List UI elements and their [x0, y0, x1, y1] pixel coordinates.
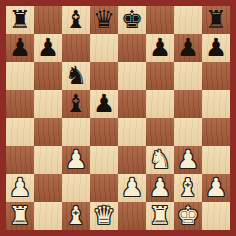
- square-h5[interactable]: [202, 90, 230, 118]
- square-c1[interactable]: ♝: [62, 202, 90, 230]
- black-pawn-f7[interactable]: ♟: [149, 34, 171, 62]
- square-d4[interactable]: [90, 118, 118, 146]
- square-d2[interactable]: [90, 174, 118, 202]
- square-a2[interactable]: ♟: [6, 174, 34, 202]
- square-c5[interactable]: ♝: [62, 90, 90, 118]
- square-c6[interactable]: ♞: [62, 62, 90, 90]
- square-a5[interactable]: [6, 90, 34, 118]
- square-g7[interactable]: ♟: [174, 34, 202, 62]
- square-f3[interactable]: ♞: [146, 146, 174, 174]
- black-rook-h8[interactable]: ♜: [205, 6, 227, 34]
- black-queen-d8[interactable]: ♛: [93, 6, 115, 34]
- square-f8[interactable]: [146, 6, 174, 34]
- square-e1[interactable]: [118, 202, 146, 230]
- square-d1[interactable]: ♛: [90, 202, 118, 230]
- square-f7[interactable]: ♟: [146, 34, 174, 62]
- square-c4[interactable]: [62, 118, 90, 146]
- white-rook-a1[interactable]: ♜: [9, 202, 31, 230]
- square-e5[interactable]: [118, 90, 146, 118]
- square-g6[interactable]: [174, 62, 202, 90]
- square-d7[interactable]: [90, 34, 118, 62]
- chess-board: ♜♝♛♚♜♟♟♟♟♟♞♝♟♟♞♟♟♟♟♝♟♜♝♛♜♚: [6, 6, 230, 230]
- square-g2[interactable]: ♝: [174, 174, 202, 202]
- black-pawn-h7[interactable]: ♟: [205, 34, 227, 62]
- square-d5[interactable]: ♟: [90, 90, 118, 118]
- square-f6[interactable]: [146, 62, 174, 90]
- black-bishop-c8[interactable]: ♝: [65, 6, 87, 34]
- square-e3[interactable]: [118, 146, 146, 174]
- square-e6[interactable]: [118, 62, 146, 90]
- chessboard-widget: ♜♝♛♚♜♟♟♟♟♟♞♝♟♟♞♟♟♟♟♝♟♜♝♛♜♚: [0, 0, 236, 236]
- white-pawn-c3[interactable]: ♟: [65, 146, 87, 174]
- square-d6[interactable]: [90, 62, 118, 90]
- square-d3[interactable]: [90, 146, 118, 174]
- white-queen-d1[interactable]: ♛: [93, 202, 115, 230]
- black-pawn-d5[interactable]: ♟: [93, 90, 115, 118]
- square-h6[interactable]: [202, 62, 230, 90]
- square-c7[interactable]: [62, 34, 90, 62]
- square-g1[interactable]: ♚: [174, 202, 202, 230]
- square-b7[interactable]: ♟: [34, 34, 62, 62]
- square-g4[interactable]: [174, 118, 202, 146]
- square-f2[interactable]: ♟: [146, 174, 174, 202]
- white-knight-f3[interactable]: ♞: [149, 146, 171, 174]
- square-e2[interactable]: ♟: [118, 174, 146, 202]
- square-h4[interactable]: [202, 118, 230, 146]
- square-e8[interactable]: ♚: [118, 6, 146, 34]
- black-knight-c6[interactable]: ♞: [65, 62, 87, 90]
- square-c8[interactable]: ♝: [62, 6, 90, 34]
- square-g5[interactable]: [174, 90, 202, 118]
- square-b8[interactable]: [34, 6, 62, 34]
- white-pawn-h2[interactable]: ♟: [205, 174, 227, 202]
- black-pawn-b7[interactable]: ♟: [37, 34, 59, 62]
- square-e7[interactable]: [118, 34, 146, 62]
- square-a7[interactable]: ♟: [6, 34, 34, 62]
- square-b1[interactable]: [34, 202, 62, 230]
- square-h8[interactable]: ♜: [202, 6, 230, 34]
- square-e4[interactable]: [118, 118, 146, 146]
- black-rook-a8[interactable]: ♜: [9, 6, 31, 34]
- square-c3[interactable]: ♟: [62, 146, 90, 174]
- square-f1[interactable]: ♜: [146, 202, 174, 230]
- square-f5[interactable]: [146, 90, 174, 118]
- white-king-g1[interactable]: ♚: [177, 202, 199, 230]
- white-pawn-f2[interactable]: ♟: [149, 174, 171, 202]
- square-f4[interactable]: [146, 118, 174, 146]
- square-b3[interactable]: [34, 146, 62, 174]
- square-b4[interactable]: [34, 118, 62, 146]
- square-g3[interactable]: ♟: [174, 146, 202, 174]
- black-bishop-c5[interactable]: ♝: [65, 90, 87, 118]
- square-a1[interactable]: ♜: [6, 202, 34, 230]
- white-pawn-a2[interactable]: ♟: [9, 174, 31, 202]
- white-pawn-e2[interactable]: ♟: [121, 174, 143, 202]
- square-d8[interactable]: ♛: [90, 6, 118, 34]
- square-b2[interactable]: [34, 174, 62, 202]
- square-a4[interactable]: [6, 118, 34, 146]
- square-h3[interactable]: [202, 146, 230, 174]
- square-c2[interactable]: [62, 174, 90, 202]
- square-h7[interactable]: ♟: [202, 34, 230, 62]
- square-a8[interactable]: ♜: [6, 6, 34, 34]
- square-a3[interactable]: [6, 146, 34, 174]
- square-h2[interactable]: ♟: [202, 174, 230, 202]
- black-pawn-a7[interactable]: ♟: [9, 34, 31, 62]
- black-pawn-g7[interactable]: ♟: [177, 34, 199, 62]
- white-bishop-c1[interactable]: ♝: [65, 202, 87, 230]
- white-pawn-g3[interactable]: ♟: [177, 146, 199, 174]
- square-g8[interactable]: [174, 6, 202, 34]
- square-a6[interactable]: [6, 62, 34, 90]
- square-b5[interactable]: [34, 90, 62, 118]
- white-rook-f1[interactable]: ♜: [149, 202, 171, 230]
- square-h1[interactable]: [202, 202, 230, 230]
- white-bishop-g2[interactable]: ♝: [177, 174, 199, 202]
- black-king-e8[interactable]: ♚: [121, 6, 143, 34]
- square-b6[interactable]: [34, 62, 62, 90]
